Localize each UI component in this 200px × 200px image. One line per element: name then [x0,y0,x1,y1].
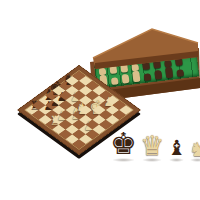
product-photo: ♜♝♚♞♟♟♟♟♜♟♝♞♚♟♟ ♚♛♝♞♜♟ [0,0,200,200]
lineup-piece-dark-bishop: ♝ [167,138,186,159]
lineup-piece-light-knight: ♞ [189,140,200,159]
lineup-piece-light-queen: ♛ [140,132,164,159]
lineup-piece-dark-king: ♚ [110,129,137,159]
piece-lineup: ♚♛♝♞♜♟ [110,129,200,159]
